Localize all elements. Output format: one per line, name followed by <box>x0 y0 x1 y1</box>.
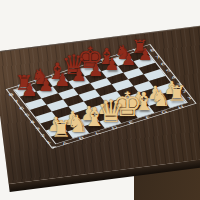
pieces-layer: ♜♞♝♛♚♝♞♜♟♟♟♟♟♟♟♟♟♟♟♟♟♟♟♟♜♞♝♛♚♝♞♜ <box>0 0 200 200</box>
piece-red-pawn-e7[interactable]: ♟ <box>88 62 103 79</box>
piece-red-pawn-c7[interactable]: ♟ <box>55 72 71 89</box>
chess-table-photo: AA11BB22CC33DD44EE55FF66GG77HH88 ♜♞♝♛♚♝♞… <box>0 0 200 200</box>
piece-white-rook-a1[interactable]: ♜ <box>51 118 72 141</box>
piece-red-pawn-d7[interactable]: ♟ <box>71 67 86 84</box>
piece-red-pawn-b7[interactable]: ♟ <box>38 77 54 95</box>
piece-red-pawn-h7[interactable]: ♟ <box>138 47 152 63</box>
piece-red-pawn-g7[interactable]: ♟ <box>121 52 136 68</box>
piece-red-pawn-f7[interactable]: ♟ <box>105 57 120 74</box>
piece-red-pawn-a7[interactable]: ♟ <box>21 82 37 100</box>
